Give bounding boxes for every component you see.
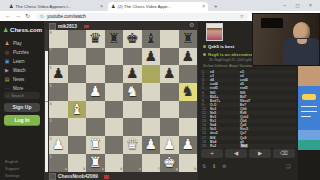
tab-title: The Chess Video Appears t... xyxy=(15,4,98,9)
square-c1[interactable]: c♜ xyxy=(86,154,105,172)
site-info-icon[interactable]: ⓘ xyxy=(40,14,44,19)
square-h4[interactable] xyxy=(179,101,198,119)
sidebar-item-more[interactable]: ⋯More xyxy=(4,84,42,92)
reload-icon[interactable]: ↻ xyxy=(25,13,30,20)
blue-panel xyxy=(298,86,320,130)
chat-bubble-icon[interactable]: ❏ xyxy=(286,163,290,169)
light-blue-band xyxy=(298,130,320,140)
square-h1[interactable]: h xyxy=(179,154,198,172)
white-pawn-f2[interactable]: ♟ xyxy=(142,136,161,154)
white-bishop-b4[interactable]: ♝ xyxy=(68,101,87,119)
sidebar-footer-support[interactable]: Support xyxy=(5,166,19,171)
black-pawn-a6[interactable]: ♟ xyxy=(49,65,68,83)
tab-close-icon[interactable]: × xyxy=(202,4,205,9)
address-bar[interactable]: ⓘ youtube.com/watch ☆ xyxy=(36,13,248,21)
text-line xyxy=(301,106,317,107)
browser-tab-2[interactable]: ♟ (2) The Chess Video Appe... × xyxy=(108,2,208,11)
more-icon: ⋯ xyxy=(4,86,10,91)
square-g4[interactable] xyxy=(160,101,179,119)
screen: ♟ The Chess Video Appears t... × ♟ (2) T… xyxy=(0,0,320,180)
square-b4[interactable]: ♝ xyxy=(68,101,87,119)
square-b3[interactable] xyxy=(68,118,87,136)
square-f2[interactable]: ♟ xyxy=(142,136,161,154)
flip-board-icon[interactable]: ⇅ xyxy=(202,163,206,169)
square-d7[interactable] xyxy=(105,48,124,66)
move-list-nav: + ◀ ▶ ⌫ xyxy=(201,149,295,158)
rank-label: 1 xyxy=(50,155,52,159)
sidebar-item-label: Watch xyxy=(13,68,26,73)
yellow-button[interactable] xyxy=(302,94,316,100)
rank-label: 3 xyxy=(50,119,52,123)
next-move-button[interactable]: ▶ xyxy=(249,149,271,158)
square-h7[interactable]: ♟ xyxy=(179,48,198,66)
square-h8[interactable]: ♜ xyxy=(179,30,198,48)
sidebar-item-label: Puzzles xyxy=(13,50,29,55)
square-a3[interactable]: 3 xyxy=(49,118,68,136)
black-bishop-f8[interactable]: ♝ xyxy=(142,30,161,48)
square-a1[interactable]: 1a xyxy=(49,154,68,172)
tab-favicon-pawn-icon: ♟ xyxy=(111,4,115,9)
square-b1[interactable]: b xyxy=(68,154,87,172)
file-label: b xyxy=(83,167,85,171)
sidebar-item-puzzles[interactable]: ◎Puzzles xyxy=(4,48,42,56)
square-d5[interactable] xyxy=(105,83,124,101)
square-e4[interactable] xyxy=(123,101,142,119)
square-f6[interactable] xyxy=(142,65,161,83)
best-move-text: Qxh5 is best xyxy=(208,44,234,49)
square-f4[interactable] xyxy=(142,101,161,119)
tab-favicon-pawn-icon: ♟ xyxy=(9,4,13,9)
square-g1[interactable]: g♚ xyxy=(160,154,179,172)
white-pawn-g2[interactable]: ♟ xyxy=(160,136,179,154)
tab-close-icon[interactable]: × xyxy=(100,4,103,9)
news-icon: ▤ xyxy=(4,77,10,82)
square-a4[interactable]: 4 xyxy=(49,101,68,119)
sidebar-item-learn[interactable]: ▣Learn xyxy=(4,57,42,65)
search-input[interactable]: ⌕ Search xyxy=(4,92,40,99)
move-number: 19. xyxy=(200,144,210,148)
square-f7[interactable]: ♟ xyxy=(142,48,161,66)
square-h3[interactable] xyxy=(179,118,198,136)
square-e1[interactable]: e xyxy=(123,154,142,172)
square-g6[interactable]: ♟ xyxy=(160,65,179,83)
back-icon[interactable]: ← xyxy=(5,13,11,20)
background-window-strip xyxy=(298,66,320,180)
square-d4[interactable] xyxy=(105,101,124,119)
square-b6[interactable] xyxy=(68,65,87,83)
evaluation-bar-tick xyxy=(45,101,48,102)
square-g2[interactable]: ♟ xyxy=(160,136,179,154)
sidebar-item-label: News xyxy=(13,77,24,82)
best-move-dot-icon xyxy=(203,45,206,48)
square-d2[interactable] xyxy=(105,136,124,154)
black-pawn-f7[interactable]: ♟ xyxy=(142,48,161,66)
sidebar-footer-settings[interactable]: Settings xyxy=(5,173,19,178)
delete-move-button[interactable]: ⌫ xyxy=(273,149,295,158)
square-a5[interactable]: 5 xyxy=(49,83,68,101)
browser-tab-strip: ♟ The Chess Video Appears t... × ♟ (2) T… xyxy=(0,0,320,11)
square-c6[interactable] xyxy=(86,65,105,83)
square-d6[interactable] xyxy=(105,65,124,83)
webcam-video xyxy=(252,13,320,66)
previous-move-button[interactable]: ◀ xyxy=(225,149,247,158)
square-b5[interactable] xyxy=(68,83,87,101)
analysis-profile-avatar[interactable] xyxy=(206,23,223,41)
bookmark-star-icon[interactable]: ☆ xyxy=(240,13,244,19)
square-e8[interactable]: ♚ xyxy=(123,30,142,48)
square-b8[interactable] xyxy=(68,30,87,48)
square-a6[interactable]: 6♟ xyxy=(49,65,68,83)
square-f5[interactable] xyxy=(142,83,161,101)
move-list[interactable]: 1.e4c52.c3e63.d4cxd44.cxd4d55.exd5exd56.… xyxy=(200,70,296,148)
white-knight-e5[interactable]: ♞ xyxy=(123,83,142,101)
sidebar-footer-english[interactable]: English xyxy=(5,159,18,164)
black-king-e8[interactable]: ♚ xyxy=(123,30,142,48)
board-settings-gear-icon[interactable]: ⚙ xyxy=(189,22,194,28)
alternative-dot-icon xyxy=(203,53,206,56)
rank-label: 5 xyxy=(50,84,52,88)
white-pawn-h2[interactable]: ♟ xyxy=(179,136,198,154)
download-icon[interactable]: ⬇ xyxy=(212,163,216,169)
square-a8[interactable]: 8 xyxy=(49,30,68,48)
opening-name[interactable]: Sicilian Defense: Alapin Variation xyxy=(203,64,253,68)
search-placeholder: Search xyxy=(11,93,24,98)
white-pawn-a2[interactable]: ♟ xyxy=(49,136,68,154)
white-queen-e2[interactable]: ♛ xyxy=(123,136,142,154)
opponent-avatar xyxy=(49,23,56,30)
sidebar-item-label: Play xyxy=(13,41,22,46)
square-c7[interactable] xyxy=(86,48,105,66)
file-label: d xyxy=(120,167,122,171)
sign-up-button[interactable]: Sign Up xyxy=(4,103,40,112)
sidebar-item-news[interactable]: ▤News xyxy=(4,75,42,83)
white-rook-c1[interactable]: ♜ xyxy=(86,154,105,172)
puzzles-icon: ◎ xyxy=(4,50,10,55)
text-line xyxy=(301,116,311,117)
square-a7[interactable]: 7 xyxy=(49,48,68,66)
black-rook-d8[interactable]: ♜ xyxy=(105,30,124,48)
sidebar-item-label: Learn xyxy=(13,59,25,64)
black-pawn-h7[interactable]: ♟ xyxy=(179,48,198,66)
rank-label: 8 xyxy=(50,31,52,35)
square-h2[interactable]: ♟ xyxy=(179,136,198,154)
chess-board[interactable]: 8♛♜♚♝♜7♟♟6♟♟♟5♟♞♞4♝32♟♜♛♟♟♟1abc♜defg♚h xyxy=(49,30,197,172)
square-b2[interactable] xyxy=(68,136,87,154)
black-queen-c8[interactable]: ♛ xyxy=(86,30,105,48)
square-g5[interactable] xyxy=(160,83,179,101)
player-flag xyxy=(104,175,109,179)
add-line-button[interactable]: + xyxy=(201,149,223,158)
evaluation-bar-black-part xyxy=(45,30,48,51)
square-b7[interactable] xyxy=(68,48,87,66)
square-g7[interactable] xyxy=(160,48,179,66)
search-icon: ⌕ xyxy=(7,93,9,98)
watch-icon: ▶ xyxy=(4,68,10,73)
sidebar-item-label: More xyxy=(13,86,23,91)
sidebar-item-play[interactable]: ♟Play xyxy=(4,39,42,47)
logo-pawn-icon: ♟ xyxy=(3,26,8,33)
player-avatar xyxy=(49,173,56,180)
black-knight-h5[interactable]: ♞ xyxy=(179,83,198,101)
alternative-move-line: Nxg6 is an alternative xyxy=(203,52,253,57)
rank-label: 4 xyxy=(50,102,52,106)
tab-title: (2) The Chess Video Appe... xyxy=(117,4,200,9)
square-a2[interactable]: 2♟ xyxy=(49,136,68,154)
square-c8[interactable]: ♛ xyxy=(86,30,105,48)
square-e3[interactable] xyxy=(123,118,142,136)
forward-icon[interactable]: → xyxy=(15,13,21,20)
tv-in-background xyxy=(261,18,283,28)
learn-icon: ▣ xyxy=(4,59,10,64)
teal-band xyxy=(298,140,320,150)
white-king-g1[interactable]: ♚ xyxy=(160,154,179,172)
black-rook-h8[interactable]: ♜ xyxy=(179,30,198,48)
evaluation-bar xyxy=(45,30,48,172)
square-c4[interactable] xyxy=(86,101,105,119)
file-label: e xyxy=(139,167,141,171)
logo-text: Chess.com xyxy=(10,27,42,33)
player-name: ChessNoob42069 xyxy=(58,174,98,179)
best-move-line: Qxh5 is best xyxy=(203,44,234,49)
square-g8[interactable] xyxy=(160,30,179,48)
square-c2[interactable]: ♜ xyxy=(86,136,105,154)
window-controls[interactable]: – ◻ × xyxy=(283,2,316,8)
square-f1[interactable]: f xyxy=(142,154,161,172)
black-move[interactable]: Nh5 xyxy=(240,144,270,148)
opponent-flag xyxy=(84,25,89,29)
new-tab-button[interactable]: + xyxy=(214,3,218,9)
square-h5[interactable]: ♞ xyxy=(179,83,198,101)
white-rook-c2[interactable]: ♜ xyxy=(86,136,105,154)
square-c3[interactable] xyxy=(86,118,105,136)
square-c5[interactable]: ♟ xyxy=(86,83,105,101)
square-h6[interactable] xyxy=(179,65,198,83)
video-arm-region xyxy=(298,66,320,86)
play-icon: ♟ xyxy=(4,41,10,46)
square-e6[interactable]: ♟ xyxy=(123,65,142,83)
settings-gear-icon[interactable]: ⚙ xyxy=(222,163,226,169)
square-e2[interactable]: ♛ xyxy=(123,136,142,154)
square-d1[interactable]: d xyxy=(105,154,124,172)
white-move[interactable]: Rc2 xyxy=(210,144,240,148)
file-label: a xyxy=(65,167,67,171)
square-e5[interactable]: ♞ xyxy=(123,83,142,101)
url-text: youtube.com/watch xyxy=(47,14,237,19)
opponent-name: mik2813 xyxy=(58,24,77,29)
white-pawn-c5[interactable]: ♟ xyxy=(86,83,105,101)
square-d8[interactable]: ♜ xyxy=(105,30,124,48)
square-f3[interactable] xyxy=(142,118,161,136)
square-d3[interactable] xyxy=(105,118,124,136)
text-line xyxy=(301,111,317,112)
log-in-button[interactable]: Log In xyxy=(4,115,40,125)
rank-label: 7 xyxy=(50,48,52,52)
square-f8[interactable]: ♝ xyxy=(142,30,161,48)
move-row-19: 19.Rc2Nh5 xyxy=(200,144,296,148)
black-pawn-e6[interactable]: ♟ xyxy=(123,65,142,83)
black-pawn-g6[interactable]: ♟ xyxy=(160,65,179,83)
square-e7[interactable] xyxy=(123,48,142,66)
site-logo[interactable]: ♟ Chess.com xyxy=(3,26,42,33)
browser-tab-1[interactable]: ♟ The Chess Video Appears t... × xyxy=(6,2,106,11)
sidebar-item-watch[interactable]: ▶Watch xyxy=(4,66,42,74)
square-g3[interactable] xyxy=(160,118,179,136)
sidebar: ♟ Chess.com ♟Play ◎Puzzles ▣Learn ▶Watch… xyxy=(0,21,44,180)
alternative-text: Nxg6 is an alternative xyxy=(208,52,253,57)
file-label: h xyxy=(194,167,196,171)
